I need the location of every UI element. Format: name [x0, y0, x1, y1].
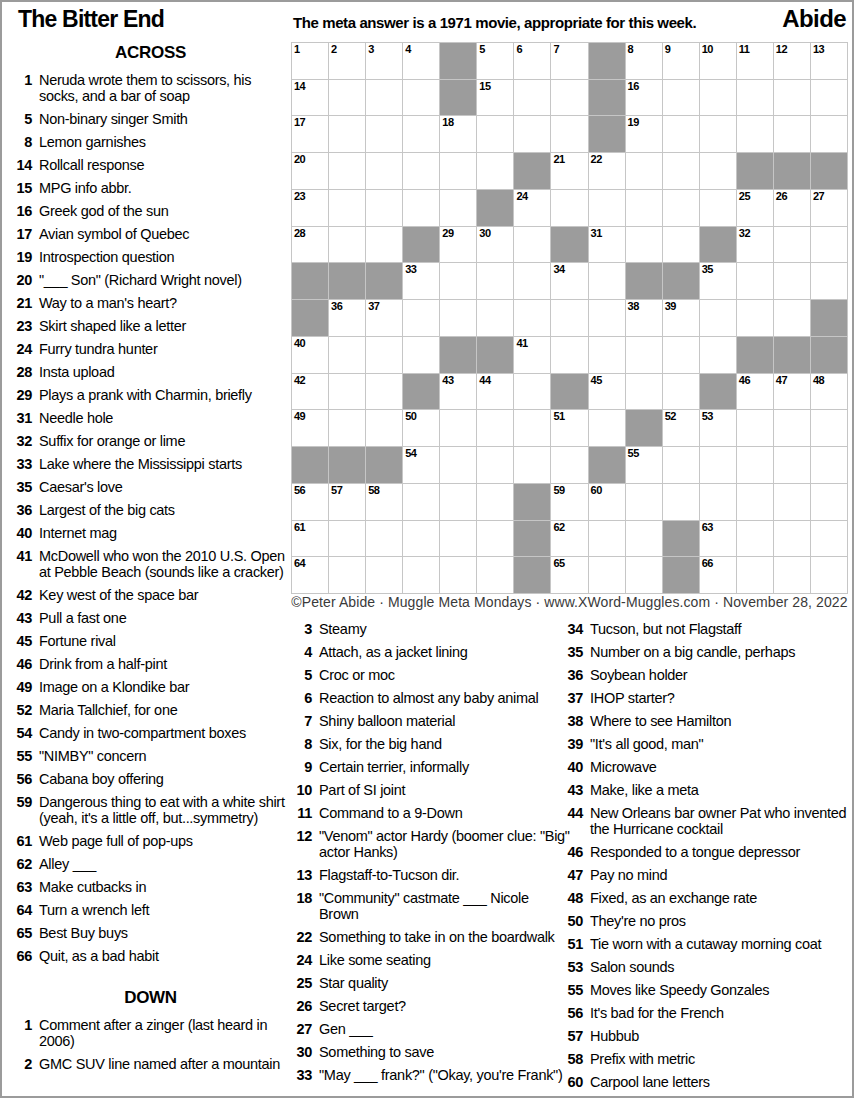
grid-cell-r5c15[interactable]: 27 [811, 190, 847, 226]
grid-cell-r9c4[interactable] [403, 337, 439, 373]
clue-text: Croc or moc [319, 667, 572, 683]
cell-number: 56 [294, 484, 305, 497]
clue-down-3: 3Steamy [292, 621, 572, 637]
clue-number: 19 [12, 249, 32, 265]
grid-cell-r9c3[interactable] [366, 337, 402, 373]
clue-down-36: 36Soybean holder [563, 667, 854, 683]
grid-cell-r12c12[interactable] [700, 447, 736, 483]
grid-cell-r4c6[interactable] [477, 153, 513, 189]
grid-cell-r3c10[interactable]: 19 [626, 116, 662, 152]
clue-text: Gen ___ [319, 1021, 572, 1037]
grid-cell-r14c6[interactable] [477, 521, 513, 557]
grid-cell-r12c7[interactable] [514, 447, 550, 483]
clue-number: 59 [12, 794, 32, 826]
grid-cell-r6c6[interactable]: 30 [477, 227, 513, 263]
grid-cell-r14c5[interactable] [440, 521, 476, 557]
grid-cell-r14c9[interactable] [589, 521, 625, 557]
grid-cell-r2c1[interactable]: 14 [292, 80, 328, 116]
grid-cell-r11c13[interactable] [737, 410, 773, 446]
grid-cell-r14c15[interactable] [811, 521, 847, 557]
grid-cell-r12c10[interactable]: 55 [626, 447, 662, 483]
grid-cell-r5c10[interactable] [626, 190, 662, 226]
clue-text: "Venom" actor Hardy (boomer clue: "Big" … [319, 828, 572, 860]
cell-number: 1 [294, 43, 300, 56]
clue-number: 34 [563, 621, 583, 637]
grid-cell-r15c12[interactable]: 66 [700, 557, 736, 593]
grid-cell-r4c10[interactable] [626, 153, 662, 189]
clue-text: Salon sounds [590, 959, 854, 975]
grid-cell-r1c2[interactable]: 2 [329, 43, 365, 79]
grid-cell-r8c11[interactable]: 39 [663, 300, 699, 336]
clue-text: Secret target? [319, 998, 572, 1014]
clue-number: 21 [12, 295, 32, 311]
clue-number: 62 [12, 856, 32, 872]
clue-number: 54 [12, 725, 32, 741]
grid-cell-r6c2[interactable] [329, 227, 365, 263]
grid-cell-r6c5[interactable]: 29 [440, 227, 476, 263]
grid-cell-r1c8[interactable]: 7 [551, 43, 587, 79]
clue-text: Turn a wrench left [39, 902, 289, 918]
grid-cell-r8c4[interactable] [403, 300, 439, 336]
grid-cell-r10c10[interactable] [626, 374, 662, 410]
clue-text: Internet mag [39, 525, 289, 541]
grid-cell-r3c11[interactable] [663, 116, 699, 152]
grid-cell-r15c4[interactable] [403, 557, 439, 593]
across-header: ACROSS [12, 43, 289, 63]
clue-text: Fixed, as an exchange rate [590, 890, 854, 906]
grid-cell-r5c8[interactable] [551, 190, 587, 226]
cell-number: 9 [665, 43, 671, 56]
clue-number: 12 [292, 828, 312, 860]
left-clue-column: ACROSS 1Neruda wrote them to scissors, h… [12, 43, 289, 1079]
grid-cell-r8c2[interactable]: 36 [329, 300, 365, 336]
clue-text: Neruda wrote them to scissors, his socks… [39, 72, 289, 104]
grid-cell-r6c9[interactable]: 31 [589, 227, 625, 263]
grid-cell-r10c2[interactable] [329, 374, 365, 410]
cell-number: 15 [479, 80, 490, 93]
grid-cell-r7c1-block [292, 263, 328, 299]
clue-number: 43 [563, 782, 583, 798]
grid-cell-r15c13[interactable] [737, 557, 773, 593]
grid-cell-r2c11[interactable] [663, 80, 699, 116]
grid-cell-r1c15[interactable]: 13 [811, 43, 847, 79]
cell-number: 4 [405, 43, 411, 56]
clue-number: 52 [12, 702, 32, 718]
clue-down-46: 46Responded to a tongue depressor [563, 844, 854, 860]
grid-cell-r12c14[interactable] [774, 447, 810, 483]
grid-cell-r11c3[interactable] [366, 410, 402, 446]
cell-number: 19 [628, 116, 639, 129]
cell-number: 48 [813, 374, 824, 387]
grid-cell-r10c14[interactable]: 47 [774, 374, 810, 410]
grid-cell-r11c2[interactable] [329, 410, 365, 446]
grid-cell-r5c2[interactable] [329, 190, 365, 226]
clue-text: "May ___ frank?" ("Okay, you're Frank") [319, 1067, 572, 1083]
clue-across-45: 45Fortune rival [12, 633, 289, 649]
clue-down-27: 27Gen ___ [292, 1021, 572, 1037]
clue-text: "Community" castmate ___ Nicole Brown [319, 890, 572, 922]
grid-cell-r1c11[interactable]: 9 [663, 43, 699, 79]
grid-cell-r13c4[interactable] [403, 484, 439, 520]
grid-cell-r1c12[interactable]: 10 [700, 43, 736, 79]
grid-cell-r4c3[interactable] [366, 153, 402, 189]
grid-cell-r11c11[interactable]: 52 [663, 410, 699, 446]
grid-cell-r4c11[interactable] [663, 153, 699, 189]
grid-cell-r14c12[interactable]: 63 [700, 521, 736, 557]
grid-cell-r1c13[interactable]: 11 [737, 43, 773, 79]
grid-cell-r11c15[interactable] [811, 410, 847, 446]
grid-cell-r1c14[interactable]: 12 [774, 43, 810, 79]
clue-number: 31 [12, 410, 32, 426]
clue-text: Soybean holder [590, 667, 854, 683]
grid-cell-r4c1[interactable]: 20 [292, 153, 328, 189]
grid-cell-r13c12[interactable] [700, 484, 736, 520]
grid-cell-r6c11[interactable] [663, 227, 699, 263]
clue-across-63: 63Make cutbacks in [12, 879, 289, 895]
clue-text: Flagstaff-to-Tucson dir. [319, 867, 572, 883]
grid-cell-r4c2[interactable] [329, 153, 365, 189]
grid-cell-r3c2[interactable] [329, 116, 365, 152]
grid-cell-r12c5[interactable] [440, 447, 476, 483]
grid-cell-r9c7[interactable]: 41 [514, 337, 550, 373]
grid-cell-r6c15[interactable] [811, 227, 847, 263]
grid-cell-r9c14-block [774, 337, 810, 373]
grid-cell-r6c1[interactable]: 28 [292, 227, 328, 263]
grid-cell-r4c14-block [774, 153, 810, 189]
grid-cell-r5c1[interactable]: 23 [292, 190, 328, 226]
clue-text: Quit, as a bad habit [39, 948, 289, 964]
grid-cell-r15c1[interactable]: 64 [292, 557, 328, 593]
grid-cell-r15c3[interactable] [366, 557, 402, 593]
grid-cell-r4c9[interactable]: 22 [589, 153, 625, 189]
clue-across-49: 49Image on a Klondike bar [12, 679, 289, 695]
grid-cell-r15c14[interactable] [774, 557, 810, 593]
cell-number: 31 [591, 227, 602, 240]
grid-cell-r5c9[interactable] [589, 190, 625, 226]
grid-cell-r5c5[interactable] [440, 190, 476, 226]
grid-cell-r11c14[interactable] [774, 410, 810, 446]
grid-cell-r10c5[interactable]: 43 [440, 374, 476, 410]
grid-cell-r14c13[interactable] [737, 521, 773, 557]
clue-number: 43 [12, 610, 32, 626]
clue-down-38: 38Where to see Hamilton [563, 713, 854, 729]
grid-cell-r10c6[interactable]: 44 [477, 374, 513, 410]
grid-cell-r8c5[interactable] [440, 300, 476, 336]
grid-cell-r10c8-block [551, 374, 587, 410]
grid-cell-r4c8[interactable]: 21 [551, 153, 587, 189]
grid-cell-r13c13[interactable] [737, 484, 773, 520]
grid-cell-r3c15[interactable] [811, 116, 847, 152]
cell-number: 11 [739, 43, 750, 56]
grid-cell-r5c12[interactable] [700, 190, 736, 226]
grid-cell-r15c2[interactable] [329, 557, 365, 593]
grid-cell-r9c10[interactable] [626, 337, 662, 373]
grid-cell-r7c5[interactable] [440, 263, 476, 299]
clue-text: Shiny balloon material [319, 713, 572, 729]
grid-cell-r11c6[interactable] [477, 410, 513, 446]
clue-number: 5 [292, 667, 312, 683]
clue-down-11: 11Command to a 9-Down [292, 805, 572, 821]
grid-cell-r2c2[interactable] [329, 80, 365, 116]
grid-cell-r9c1[interactable]: 40 [292, 337, 328, 373]
grid-cell-r11c8[interactable]: 51 [551, 410, 587, 446]
grid-cell-r13c10[interactable] [626, 484, 662, 520]
clue-across-33: 33Lake where the Mississippi starts [12, 456, 289, 472]
clue-number: 3 [292, 621, 312, 637]
grid-cell-r2c3[interactable] [366, 80, 402, 116]
grid-cell-r8c12[interactable] [700, 300, 736, 336]
grid-cell-r3c5[interactable]: 18 [440, 116, 476, 152]
clue-text: Number on a big candle, perhaps [590, 644, 854, 660]
grid-cell-r5c4[interactable] [403, 190, 439, 226]
grid-cell-r2c8[interactable] [551, 80, 587, 116]
clue-text: "It's all good, man" [590, 736, 854, 752]
clue-number: 8 [12, 134, 32, 150]
grid-cell-r7c13[interactable] [737, 263, 773, 299]
clue-number: 61 [12, 833, 32, 849]
grid-cell-r13c6[interactable] [477, 484, 513, 520]
grid-cell-r1c1[interactable]: 1 [292, 43, 328, 79]
grid-cell-r8c13[interactable] [737, 300, 773, 336]
grid-cell-r6c3[interactable] [366, 227, 402, 263]
grid-cell-r3c8[interactable] [551, 116, 587, 152]
clue-text: Cabana boy offering [39, 771, 289, 787]
grid-cell-r5c13[interactable]: 25 [737, 190, 773, 226]
grid-cell-r1c10[interactable]: 8 [626, 43, 662, 79]
grid-cell-r13c3[interactable]: 58 [366, 484, 402, 520]
clue-number: 16 [12, 203, 32, 219]
grid-cell-r11c7[interactable] [514, 410, 550, 446]
clue-text: Moves like Speedy Gonzales [590, 982, 854, 998]
grid-cell-r5c7[interactable]: 24 [514, 190, 550, 226]
clue-down-12: 12"Venom" actor Hardy (boomer clue: "Big… [292, 828, 572, 860]
clue-number: 49 [12, 679, 32, 695]
grid-cell-r14c2[interactable] [329, 521, 365, 557]
cell-number: 18 [442, 116, 453, 129]
cell-number: 33 [405, 263, 416, 276]
grid-cell-r8c6[interactable] [477, 300, 513, 336]
grid-cell-r6c14[interactable] [774, 227, 810, 263]
grid-cell-r11c5[interactable] [440, 410, 476, 446]
grid-cell-r7c8[interactable]: 34 [551, 263, 587, 299]
clue-down-4: 4Attach, as a jacket lining [292, 644, 572, 660]
grid-cell-r13c15[interactable] [811, 484, 847, 520]
grid-cell-r7c4[interactable]: 33 [403, 263, 439, 299]
grid-cell-r12c3-block [366, 447, 402, 483]
grid-cell-r3c12[interactable] [700, 116, 736, 152]
grid-cell-r5c3[interactable] [366, 190, 402, 226]
clue-number: 33 [12, 456, 32, 472]
grid-cell-r7c12[interactable]: 35 [700, 263, 736, 299]
grid-cell-r7c11-block [663, 263, 699, 299]
grid-cell-r10c7[interactable] [514, 374, 550, 410]
clue-text: Fortune rival [39, 633, 289, 649]
cell-number: 60 [591, 484, 602, 497]
grid-cell-r10c13[interactable]: 46 [737, 374, 773, 410]
grid-cell-r13c1[interactable]: 56 [292, 484, 328, 520]
clue-number: 13 [292, 867, 312, 883]
grid-cell-r6c13[interactable]: 32 [737, 227, 773, 263]
grid-cell-r3c6[interactable] [477, 116, 513, 152]
grid-cell-r8c7[interactable] [514, 300, 550, 336]
grid-cell-r2c4[interactable] [403, 80, 439, 116]
down-clue-list-left: 1Comment after a zinger (last heard in 2… [12, 1017, 289, 1072]
clue-across-66: 66Quit, as a bad habit [12, 948, 289, 964]
grid-cell-r1c7[interactable]: 6 [514, 43, 550, 79]
clue-number: 1 [12, 72, 32, 104]
grid-cell-r10c1[interactable]: 42 [292, 374, 328, 410]
grid-cell-r9c8[interactable] [551, 337, 587, 373]
clue-across-61: 61Web page full of pop-ups [12, 833, 289, 849]
grid-cell-r2c13[interactable] [737, 80, 773, 116]
grid-cell-r9c12[interactable] [700, 337, 736, 373]
grid-cell-r9c2[interactable] [329, 337, 365, 373]
grid-cell-r15c6[interactable] [477, 557, 513, 593]
grid-cell-r5c11[interactable] [663, 190, 699, 226]
grid-cell-r1c4[interactable]: 4 [403, 43, 439, 79]
grid-cell-r2c10[interactable]: 16 [626, 80, 662, 116]
clue-across-36: 36Largest of the big cats [12, 502, 289, 518]
grid-cell-r13c8[interactable]: 59 [551, 484, 587, 520]
clue-number: 58 [563, 1051, 583, 1067]
grid-cell-r7c9[interactable] [589, 263, 625, 299]
grid-cell-r2c7[interactable] [514, 80, 550, 116]
grid-cell-r8c9[interactable] [589, 300, 625, 336]
grid-cell-r14c3[interactable] [366, 521, 402, 557]
cell-number: 20 [294, 153, 305, 166]
down-clue-list-right: 34Tucson, but not Flagstaff35Number on a… [563, 621, 854, 1097]
grid-cell-r12c15[interactable] [811, 447, 847, 483]
grid-cell-r14c4[interactable] [403, 521, 439, 557]
grid-cell-r15c8[interactable]: 65 [551, 557, 587, 593]
cell-number: 14 [294, 80, 305, 93]
grid-cell-r14c14[interactable] [774, 521, 810, 557]
grid-cell-r13c11[interactable] [663, 484, 699, 520]
clue-text: "NIMBY" concern [39, 748, 289, 764]
grid-cell-r2c12[interactable] [700, 80, 736, 116]
clue-down-55: 55Moves like Speedy Gonzales [563, 982, 854, 998]
cell-number: 22 [591, 153, 602, 166]
grid-cell-r7c14[interactable] [774, 263, 810, 299]
grid-cell-r7c6[interactable] [477, 263, 513, 299]
grid-cell-r9c11[interactable] [663, 337, 699, 373]
grid-cell-r4c12[interactable] [700, 153, 736, 189]
grid-cell-r2c9-block [589, 80, 625, 116]
clue-number: 4 [292, 644, 312, 660]
grid-cell-r10c3[interactable] [366, 374, 402, 410]
clue-number: 35 [563, 644, 583, 660]
grid-cell-r7c15[interactable] [811, 263, 847, 299]
grid-cell-r11c1[interactable]: 49 [292, 410, 328, 446]
grid-cell-r11c9[interactable] [589, 410, 625, 446]
clue-down-39: 39"It's all good, man" [563, 736, 854, 752]
grid-cell-r10c12-block [700, 374, 736, 410]
clue-text: IHOP starter? [590, 690, 854, 706]
grid-cell-r13c9[interactable]: 60 [589, 484, 625, 520]
cell-number: 5 [479, 43, 485, 56]
grid-cell-r14c10[interactable] [626, 521, 662, 557]
grid-cell-r12c6[interactable] [477, 447, 513, 483]
clue-number: 2 [12, 1056, 32, 1072]
grid-cell-r3c14[interactable] [774, 116, 810, 152]
clue-across-46: 46Drink from a half-pint [12, 656, 289, 672]
grid-cell-r8c3[interactable]: 37 [366, 300, 402, 336]
clue-number: 41 [12, 548, 32, 580]
grid-cell-r13c2[interactable]: 57 [329, 484, 365, 520]
grid-cell-r14c1[interactable]: 61 [292, 521, 328, 557]
clue-number: 55 [12, 748, 32, 764]
grid-cell-r10c11[interactable] [663, 374, 699, 410]
clue-text: Rollcall response [39, 157, 289, 173]
clue-text: Drink from a half-pint [39, 656, 289, 672]
grid-cell-r12c1-block [292, 447, 328, 483]
grid-cell-r15c7-block [514, 557, 550, 593]
grid-cell-r10c15[interactable]: 48 [811, 374, 847, 410]
grid-cell-r3c4[interactable] [403, 116, 439, 152]
grid-cell-r15c9[interactable] [589, 557, 625, 593]
grid-cell-r14c8[interactable]: 62 [551, 521, 587, 557]
grid-cell-r8c14[interactable] [774, 300, 810, 336]
clue-text: Steamy [319, 621, 572, 637]
grid-cell-r15c15[interactable] [811, 557, 847, 593]
cell-number: 43 [442, 374, 453, 387]
grid-cell-r11c4[interactable]: 50 [403, 410, 439, 446]
clue-across-17: 17Avian symbol of Quebec [12, 226, 289, 242]
grid-cell-r4c15-block [811, 153, 847, 189]
grid-cell-r15c10[interactable] [626, 557, 662, 593]
grid-cell-r11c12[interactable]: 53 [700, 410, 736, 446]
clue-text: GMC SUV line named after a mountain [39, 1056, 289, 1072]
grid-cell-r4c5[interactable] [440, 153, 476, 189]
grid-cell-r10c9[interactable]: 45 [589, 374, 625, 410]
grid-cell-r3c13[interactable] [737, 116, 773, 152]
grid-cell-r3c3[interactable] [366, 116, 402, 152]
grid-cell-r8c8[interactable] [551, 300, 587, 336]
cell-number: 37 [368, 300, 379, 313]
cell-number: 23 [294, 190, 305, 203]
grid-cell-r15c5[interactable] [440, 557, 476, 593]
grid-cell-r6c10[interactable] [626, 227, 662, 263]
grid-cell-r13c14[interactable] [774, 484, 810, 520]
grid-cell-r7c2-block [329, 263, 365, 299]
grid-cell-r12c8[interactable] [551, 447, 587, 483]
grid-cell-r3c7[interactable] [514, 116, 550, 152]
grid-cell-r9c5-block [440, 337, 476, 373]
grid-cell-r9c9[interactable] [589, 337, 625, 373]
grid-cell-r3c1[interactable]: 17 [292, 116, 328, 152]
grid-cell-r2c15[interactable] [811, 80, 847, 116]
grid-cell-r1c6[interactable]: 5 [477, 43, 513, 79]
grid-cell-r2c14[interactable] [774, 80, 810, 116]
grid-cell-r4c4[interactable] [403, 153, 439, 189]
grid-cell-r8c10[interactable]: 38 [626, 300, 662, 336]
grid-cell-r13c5[interactable] [440, 484, 476, 520]
grid-cell-r12c13[interactable] [737, 447, 773, 483]
grid-cell-r12c11[interactable] [663, 447, 699, 483]
grid-cell-r1c3[interactable]: 3 [366, 43, 402, 79]
clue-number: 36 [563, 667, 583, 683]
grid-cell-r2c6[interactable]: 15 [477, 80, 513, 116]
grid-cell-r12c4[interactable]: 54 [403, 447, 439, 483]
clue-across-54: 54Candy in two-compartment boxes [12, 725, 289, 741]
grid-cell-r14c7-block [514, 521, 550, 557]
grid-cell-r5c14[interactable]: 26 [774, 190, 810, 226]
grid-cell-r7c7[interactable] [514, 263, 550, 299]
clue-text: Lake where the Mississippi starts [39, 456, 289, 472]
grid-cell-r6c7[interactable] [514, 227, 550, 263]
clue-number: 11 [292, 805, 312, 821]
cell-number: 2 [331, 43, 337, 56]
